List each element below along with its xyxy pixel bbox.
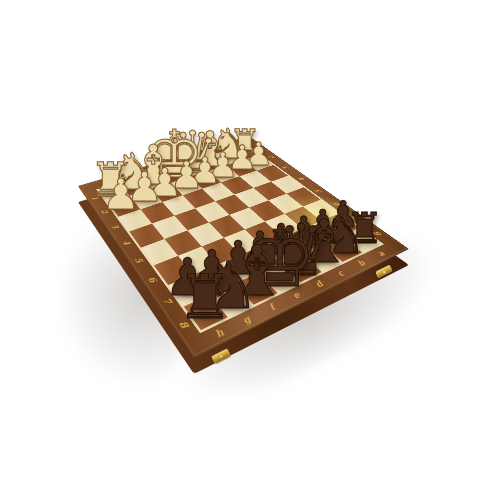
chess-set-photo: hhggffeeddccbbaa1122334455667788 ♜♞♝♚♛♝♞…: [0, 0, 500, 500]
coord-file-bottom-g: g: [237, 313, 257, 329]
coord-file-bottom-f: f: [263, 300, 283, 315]
coord-file-bottom-h: h: [210, 326, 231, 343]
coord-file-bottom-c: c: [332, 267, 351, 280]
clasp-knob: [218, 353, 223, 358]
coord-rank-left-1: 1: [87, 194, 101, 203]
hinge-pin: [381, 269, 386, 274]
coord-file-bottom-e: e: [287, 289, 307, 303]
coord-rank-left-2: 2: [97, 207, 111, 216]
coord-rank-left-3: 3: [107, 221, 122, 231]
coord-file-bottom-d: d: [310, 278, 329, 292]
coord-file-bottom-b: b: [353, 258, 372, 270]
coord-file-bottom-a: a: [372, 248, 390, 260]
